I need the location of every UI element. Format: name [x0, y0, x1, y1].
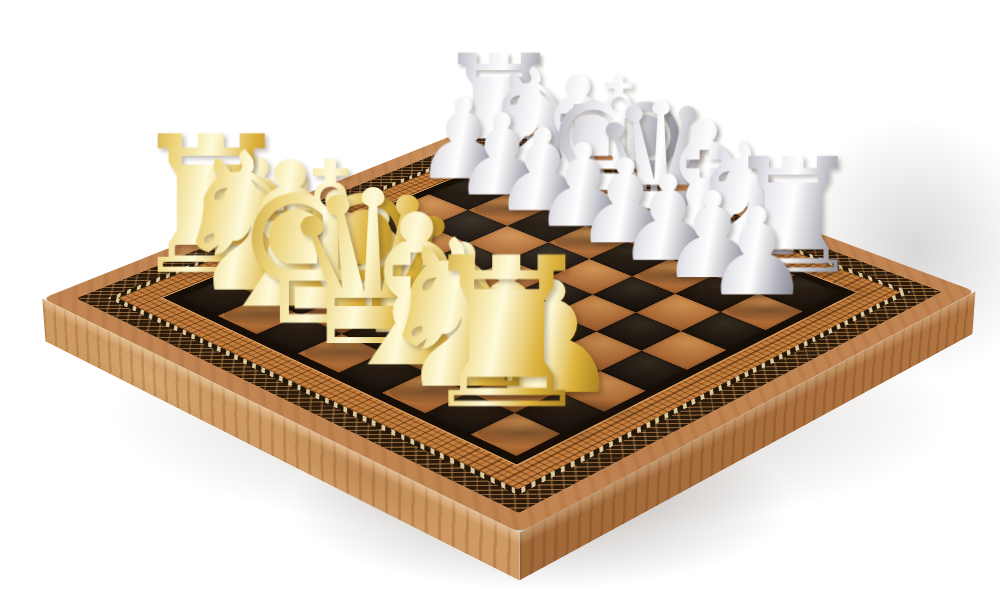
piece-glyph: ♜	[351, 231, 663, 439]
photo-stage: ♜♞♝♛♚♝♞♜♟♟♟♟♟♟♟♟♟♟♟♟♟♟♟♟♜♞♝♛♚♝♞♜	[0, 0, 1000, 593]
chess-board: ♜♞♝♛♚♝♞♜♟♟♟♟♟♟♟♟♟♟♟♟♟♟♟♟♜♞♝♛♚♝♞♜	[42, 116, 975, 533]
piece-glyph: ♟	[666, 193, 848, 314]
scene-3d: ♜♞♝♛♚♝♞♜♟♟♟♟♟♟♟♟♟♟♟♟♟♟♟♟♜♞♝♛♚♝♞♜	[0, 0, 1000, 593]
pieces-layer: ♜♞♝♛♚♝♞♜♟♟♟♟♟♟♟♟♟♟♟♟♟♟♟♟♜♞♝♛♚♝♞♜	[42, 116, 975, 533]
